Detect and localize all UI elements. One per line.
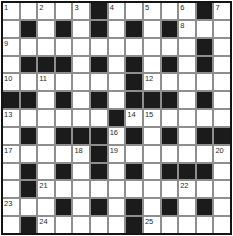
- cell-r5-c4[interactable]: [73, 92, 89, 108]
- cell-r0-c3[interactable]: [56, 3, 72, 19]
- clue-number-2: 2: [39, 3, 43, 12]
- crossword-board: 1234567891011121314151617181920212223242…: [0, 0, 233, 236]
- black-cell-r11-c5: [91, 199, 107, 215]
- cell-r7-c0[interactable]: [3, 128, 19, 144]
- cell-r6-c3[interactable]: [56, 110, 72, 126]
- black-cell-r9-c10: [179, 164, 195, 180]
- cell-r9-c0[interactable]: [3, 164, 19, 180]
- cell-r2-c0[interactable]: 9: [3, 39, 19, 55]
- cell-r11-c6[interactable]: [109, 199, 125, 215]
- cell-r4-c5[interactable]: [91, 74, 107, 90]
- clue-number-22: 22: [180, 181, 188, 190]
- black-cell-r7-c5: [91, 128, 107, 144]
- clue-number-1: 1: [4, 3, 8, 12]
- black-cell-r5-c3: [56, 92, 72, 108]
- black-cell-r3-c1: [21, 57, 37, 73]
- cell-r2-c7[interactable]: [126, 39, 142, 55]
- clue-number-16: 16: [110, 128, 118, 137]
- cell-r3-c4[interactable]: [73, 57, 89, 73]
- clue-number-11: 11: [39, 74, 47, 83]
- cell-r4-c0[interactable]: 10: [3, 74, 19, 90]
- cell-r8-c7[interactable]: [126, 146, 142, 162]
- black-cell-r5-c0: [3, 92, 19, 108]
- cell-r11-c1[interactable]: [21, 199, 37, 215]
- black-cell-r8-c5: [91, 146, 107, 162]
- clue-number-23: 23: [4, 199, 12, 208]
- cell-r4-c3[interactable]: [56, 74, 72, 90]
- cell-r10-c7[interactable]: [126, 181, 142, 197]
- cell-r2-c1[interactable]: [21, 39, 37, 55]
- cell-r1-c11[interactable]: [197, 21, 213, 37]
- clue-number-25: 25: [145, 217, 153, 226]
- cell-r7-c6[interactable]: 16: [109, 128, 125, 144]
- cell-r8-c0[interactable]: 17: [3, 146, 19, 162]
- cell-r8-c9[interactable]: [162, 146, 178, 162]
- cell-r4-c6[interactable]: [109, 74, 125, 90]
- cell-r12-c6[interactable]: [109, 217, 125, 233]
- black-cell-r9-c3: [56, 164, 72, 180]
- cell-r9-c2[interactable]: [38, 164, 54, 180]
- black-cell-r7-c1: [21, 128, 37, 144]
- cell-r10-c0[interactable]: [3, 181, 19, 197]
- black-cell-r11-c9: [162, 199, 178, 215]
- cell-r0-c1[interactable]: [21, 3, 37, 19]
- cell-r0-c4[interactable]: 3: [73, 3, 89, 19]
- cell-r5-c6[interactable]: [109, 92, 125, 108]
- cell-r10-c8[interactable]: [144, 181, 160, 197]
- cell-r0-c0[interactable]: 1: [3, 3, 19, 19]
- black-cell-r4-c7: [126, 74, 142, 90]
- cell-r6-c10[interactable]: [179, 110, 195, 126]
- cell-r5-c12[interactable]: [214, 92, 230, 108]
- cell-r3-c6[interactable]: [109, 57, 125, 73]
- cell-r4-c4[interactable]: [73, 74, 89, 90]
- black-cell-r7-c11: [197, 128, 213, 144]
- black-cell-r7-c4: [73, 128, 89, 144]
- clue-number-13: 13: [4, 110, 12, 119]
- cell-r4-c9[interactable]: [162, 74, 178, 90]
- black-cell-r3-c2: [38, 57, 54, 73]
- cell-r11-c10[interactable]: [179, 199, 195, 215]
- cell-r6-c11[interactable]: [197, 110, 213, 126]
- black-cell-r9-c7: [126, 164, 142, 180]
- black-cell-r11-c7: [126, 199, 142, 215]
- cell-r0-c9[interactable]: [162, 3, 178, 19]
- cell-r8-c10[interactable]: [179, 146, 195, 162]
- cell-r2-c3[interactable]: [56, 39, 72, 55]
- black-cell-r3-c3: [56, 57, 72, 73]
- clue-number-5: 5: [145, 3, 149, 12]
- cell-r0-c6[interactable]: 4: [109, 3, 125, 19]
- cell-r10-c9[interactable]: [162, 181, 178, 197]
- cell-r4-c2[interactable]: 11: [38, 74, 54, 90]
- black-cell-r9-c1: [21, 164, 37, 180]
- cell-r12-c12[interactable]: [214, 217, 230, 233]
- cell-r10-c3[interactable]: [56, 181, 72, 197]
- clue-number-7: 7: [215, 3, 219, 12]
- cell-r6-c2[interactable]: [38, 110, 54, 126]
- cell-r1-c0[interactable]: [3, 21, 19, 37]
- black-cell-r7-c7: [126, 128, 142, 144]
- black-cell-r7-c12: [214, 128, 230, 144]
- cell-r6-c7[interactable]: 14: [126, 110, 142, 126]
- cell-r8-c3[interactable]: [56, 146, 72, 162]
- cell-r0-c10[interactable]: 6: [179, 3, 195, 19]
- cell-r11-c2[interactable]: [38, 199, 54, 215]
- cell-r12-c3[interactable]: [56, 217, 72, 233]
- black-cell-r0-c5: [91, 3, 107, 19]
- cell-r2-c5[interactable]: [91, 39, 107, 55]
- cell-r12-c11[interactable]: [197, 217, 213, 233]
- clue-number-17: 17: [4, 146, 12, 155]
- cell-r4-c1[interactable]: [21, 74, 37, 90]
- cell-r10-c6[interactable]: [109, 181, 125, 197]
- black-cell-r12-c7: [126, 217, 142, 233]
- cell-r0-c12[interactable]: 7: [214, 3, 230, 19]
- cell-r7-c10[interactable]: [179, 128, 195, 144]
- cell-r3-c0[interactable]: [3, 57, 19, 73]
- black-cell-r3-c11: [197, 57, 213, 73]
- cell-r9-c12[interactable]: [214, 164, 230, 180]
- black-cell-r6-c6: [109, 110, 125, 126]
- clue-number-15: 15: [145, 110, 153, 119]
- cell-r6-c5[interactable]: [91, 110, 107, 126]
- cell-r1-c12[interactable]: [214, 21, 230, 37]
- cell-r10-c2[interactable]: 21: [38, 181, 54, 197]
- cell-r12-c4[interactable]: [73, 217, 89, 233]
- cell-r1-c8[interactable]: [144, 21, 160, 37]
- cell-r8-c1[interactable]: [21, 146, 37, 162]
- cell-r3-c8[interactable]: [144, 57, 160, 73]
- cell-r10-c4[interactable]: [73, 181, 89, 197]
- cell-r10-c12[interactable]: [214, 181, 230, 197]
- black-cell-r7-c9: [162, 128, 178, 144]
- black-cell-r9-c9: [162, 164, 178, 180]
- cell-r6-c8[interactable]: 15: [144, 110, 160, 126]
- cell-r3-c10[interactable]: [179, 57, 195, 73]
- black-cell-r5-c11: [197, 92, 213, 108]
- cell-r6-c9[interactable]: [162, 110, 178, 126]
- cell-r10-c5[interactable]: [91, 181, 107, 197]
- cell-r2-c2[interactable]: [38, 39, 54, 55]
- clue-number-10: 10: [4, 74, 12, 83]
- black-cell-r5-c7: [126, 92, 142, 108]
- cell-r12-c9[interactable]: [162, 217, 178, 233]
- cell-r11-c12[interactable]: [214, 199, 230, 215]
- cell-r2-c10[interactable]: [179, 39, 195, 55]
- cell-r10-c11[interactable]: [197, 181, 213, 197]
- black-cell-r3-c9: [162, 57, 178, 73]
- clue-number-19: 19: [110, 146, 118, 155]
- cell-r0-c7[interactable]: [126, 3, 142, 19]
- black-cell-r1-c7: [126, 21, 142, 37]
- cell-r7-c2[interactable]: [38, 128, 54, 144]
- cell-r12-c8[interactable]: 25: [144, 217, 160, 233]
- cell-r11-c4[interactable]: [73, 199, 89, 215]
- cell-r5-c10[interactable]: [179, 92, 195, 108]
- cell-r8-c8[interactable]: [144, 146, 160, 162]
- cell-r10-c10[interactable]: 22: [179, 181, 195, 197]
- black-cell-r1-c5: [91, 21, 107, 37]
- cell-r0-c2[interactable]: 2: [38, 3, 54, 19]
- cell-r5-c2[interactable]: [38, 92, 54, 108]
- cell-r1-c4[interactable]: [73, 21, 89, 37]
- cell-r6-c4[interactable]: [73, 110, 89, 126]
- cell-r11-c0[interactable]: 23: [3, 199, 19, 215]
- black-cell-r12-c1: [21, 217, 37, 233]
- black-cell-r11-c11: [197, 199, 213, 215]
- cell-r1-c10[interactable]: 8: [179, 21, 195, 37]
- cell-r4-c11[interactable]: [197, 74, 213, 90]
- black-cell-r3-c7: [126, 57, 142, 73]
- cell-r8-c4[interactable]: 18: [73, 146, 89, 162]
- cell-r11-c8[interactable]: [144, 199, 160, 215]
- cell-r2-c4[interactable]: [73, 39, 89, 55]
- cell-r8-c12[interactable]: 20: [214, 146, 230, 162]
- cell-r2-c9[interactable]: [162, 39, 178, 55]
- cell-r6-c12[interactable]: [214, 110, 230, 126]
- cell-r4-c10[interactable]: [179, 74, 195, 90]
- clue-number-3: 3: [74, 3, 78, 12]
- clue-number-21: 21: [39, 181, 47, 190]
- cell-r1-c6[interactable]: [109, 21, 125, 37]
- clue-number-4: 4: [110, 3, 114, 12]
- clue-number-14: 14: [127, 110, 135, 119]
- black-cell-r1-c9: [162, 21, 178, 37]
- black-cell-r10-c1: [21, 181, 37, 197]
- cell-r6-c0[interactable]: 13: [3, 110, 19, 126]
- clue-number-12: 12: [145, 74, 153, 83]
- black-cell-r3-c5: [91, 57, 107, 73]
- black-cell-r2-c11: [197, 39, 213, 55]
- cell-r12-c10[interactable]: [179, 217, 195, 233]
- black-cell-r0-c11: [197, 3, 213, 19]
- cell-r2-c8[interactable]: [144, 39, 160, 55]
- cell-r1-c2[interactable]: [38, 21, 54, 37]
- cell-r9-c6[interactable]: [109, 164, 125, 180]
- cell-r4-c12[interactable]: [214, 74, 230, 90]
- black-cell-r5-c9: [162, 92, 178, 108]
- black-cell-r1-c3: [56, 21, 72, 37]
- cell-r7-c8[interactable]: [144, 128, 160, 144]
- crossword-grid: 1234567891011121314151617181920212223242…: [1, 1, 232, 235]
- cell-r0-c8[interactable]: 5: [144, 3, 160, 19]
- cell-r8-c2[interactable]: [38, 146, 54, 162]
- cell-r6-c1[interactable]: [21, 110, 37, 126]
- clue-number-6: 6: [180, 3, 184, 12]
- black-cell-r5-c5: [91, 92, 107, 108]
- clue-number-8: 8: [180, 21, 184, 30]
- black-cell-r5-c8: [144, 92, 160, 108]
- cell-r4-c8[interactable]: 12: [144, 74, 160, 90]
- clue-number-20: 20: [215, 146, 223, 155]
- cell-r8-c11[interactable]: [197, 146, 213, 162]
- black-cell-r9-c11: [197, 164, 213, 180]
- cell-r3-c12[interactable]: [214, 57, 230, 73]
- cell-r12-c0[interactable]: [3, 217, 19, 233]
- black-cell-r1-c1: [21, 21, 37, 37]
- clue-number-18: 18: [74, 146, 82, 155]
- cell-r2-c12[interactable]: [214, 39, 230, 55]
- black-cell-r9-c5: [91, 164, 107, 180]
- clue-number-9: 9: [4, 39, 8, 48]
- black-cell-r5-c1: [21, 92, 37, 108]
- cell-r9-c4[interactable]: [73, 164, 89, 180]
- cell-r9-c8[interactable]: [144, 164, 160, 180]
- clue-number-24: 24: [39, 217, 47, 226]
- black-cell-r7-c3: [56, 128, 72, 144]
- cell-r12-c2[interactable]: 24: [38, 217, 54, 233]
- black-cell-r11-c3: [56, 199, 72, 215]
- cell-r8-c6[interactable]: 19: [109, 146, 125, 162]
- cell-r12-c5[interactable]: [91, 217, 107, 233]
- cell-r2-c6[interactable]: [109, 39, 125, 55]
